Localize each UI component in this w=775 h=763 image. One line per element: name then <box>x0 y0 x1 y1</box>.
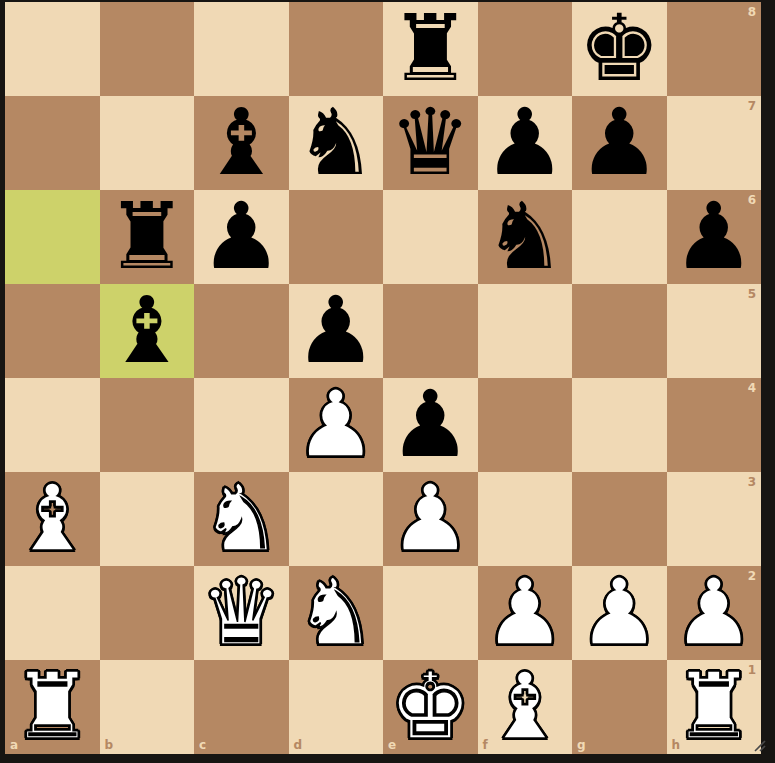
square-h3[interactable]: 3 <box>667 472 762 566</box>
file-label-b: b <box>105 738 114 752</box>
square-h6[interactable]: ♟6 <box>667 190 762 284</box>
square-f6[interactable]: ♞ <box>478 190 573 284</box>
square-c4[interactable] <box>194 378 289 472</box>
square-c6[interactable]: ♟ <box>194 190 289 284</box>
square-f2[interactable]: ♟ <box>478 566 573 660</box>
square-c2[interactable]: ♛ <box>194 566 289 660</box>
rank-label-7: 7 <box>748 99 756 113</box>
piece-white-pawn-d4[interactable]: ♟ <box>295 378 377 472</box>
square-a8[interactable] <box>5 2 100 96</box>
piece-black-pawn-d5[interactable]: ♟ <box>295 284 377 378</box>
square-h8[interactable]: 8 <box>667 2 762 96</box>
square-g3[interactable] <box>572 472 667 566</box>
piece-white-queen-c2[interactable]: ♛ <box>200 566 282 660</box>
square-e3[interactable]: ♟ <box>383 472 478 566</box>
square-f7[interactable]: ♟ <box>478 96 573 190</box>
square-f5[interactable] <box>478 284 573 378</box>
square-c8[interactable] <box>194 2 289 96</box>
rank-label-2: 2 <box>748 569 756 583</box>
square-e5[interactable] <box>383 284 478 378</box>
piece-black-knight-d7[interactable]: ♞ <box>295 96 377 190</box>
square-e6[interactable] <box>383 190 478 284</box>
piece-black-pawn-g7[interactable]: ♟ <box>578 96 660 190</box>
rank-label-4: 4 <box>748 381 756 395</box>
square-c7[interactable]: ♝ <box>194 96 289 190</box>
square-h5[interactable]: 5 <box>667 284 762 378</box>
square-e1[interactable]: ♚e <box>383 660 478 754</box>
rank-label-3: 3 <box>748 475 756 489</box>
square-d8[interactable] <box>289 2 384 96</box>
square-c3[interactable]: ♞ <box>194 472 289 566</box>
rank-label-1: 1 <box>748 663 756 677</box>
piece-white-pawn-h2[interactable]: ♟ <box>673 566 755 660</box>
square-g5[interactable] <box>572 284 667 378</box>
piece-black-king-g8[interactable]: ♚ <box>578 2 660 96</box>
square-a7[interactable] <box>5 96 100 190</box>
chess-board-frame: ♜♚8♝♞♛♟♟7♜♟♞♟6♝♟5♟♟4♝♞♟3♛♞♟♟♟2♜abcd♚e♝fg… <box>0 0 775 763</box>
square-f3[interactable] <box>478 472 573 566</box>
piece-white-pawn-f2[interactable]: ♟ <box>484 566 566 660</box>
file-label-h: h <box>672 738 681 752</box>
piece-white-pawn-e3[interactable]: ♟ <box>389 472 471 566</box>
file-label-a: a <box>10 738 18 752</box>
square-f1[interactable]: ♝f <box>478 660 573 754</box>
piece-white-rook-a1[interactable]: ♜ <box>11 660 93 754</box>
square-b4[interactable] <box>100 378 195 472</box>
square-e7[interactable]: ♛ <box>383 96 478 190</box>
square-a6[interactable] <box>5 190 100 284</box>
board-resize-handle-icon[interactable] <box>752 738 766 752</box>
square-b2[interactable] <box>100 566 195 660</box>
square-e8[interactable]: ♜ <box>383 2 478 96</box>
square-g6[interactable] <box>572 190 667 284</box>
square-b8[interactable] <box>100 2 195 96</box>
square-c1[interactable]: c <box>194 660 289 754</box>
square-d4[interactable]: ♟ <box>289 378 384 472</box>
piece-black-pawn-e4[interactable]: ♟ <box>389 378 471 472</box>
file-label-f: f <box>483 738 488 752</box>
piece-white-rook-h1[interactable]: ♜ <box>673 660 755 754</box>
square-g2[interactable]: ♟ <box>572 566 667 660</box>
square-h2[interactable]: ♟2 <box>667 566 762 660</box>
piece-black-rook-e8[interactable]: ♜ <box>389 2 471 96</box>
piece-black-pawn-c6[interactable]: ♟ <box>200 190 282 284</box>
piece-black-knight-f6[interactable]: ♞ <box>484 190 566 284</box>
piece-white-knight-d2[interactable]: ♞ <box>295 566 377 660</box>
square-f8[interactable] <box>478 2 573 96</box>
square-d1[interactable]: d <box>289 660 384 754</box>
square-b5[interactable]: ♝ <box>100 284 195 378</box>
file-label-e: e <box>388 738 396 752</box>
rank-label-6: 6 <box>748 193 756 207</box>
piece-black-pawn-f7[interactable]: ♟ <box>484 96 566 190</box>
square-d3[interactable] <box>289 472 384 566</box>
square-g7[interactable]: ♟ <box>572 96 667 190</box>
piece-black-queen-e7[interactable]: ♛ <box>389 96 471 190</box>
square-b6[interactable]: ♜ <box>100 190 195 284</box>
square-b7[interactable] <box>100 96 195 190</box>
file-label-g: g <box>577 738 586 752</box>
square-g1[interactable]: g <box>572 660 667 754</box>
square-c5[interactable] <box>194 284 289 378</box>
square-g8[interactable]: ♚ <box>572 2 667 96</box>
chess-board: ♜♚8♝♞♛♟♟7♜♟♞♟6♝♟5♟♟4♝♞♟3♛♞♟♟♟2♜abcd♚e♝fg… <box>5 2 761 753</box>
piece-black-pawn-h6[interactable]: ♟ <box>673 190 755 284</box>
piece-white-king-e1[interactable]: ♚ <box>389 660 471 754</box>
square-e2[interactable] <box>383 566 478 660</box>
square-h7[interactable]: 7 <box>667 96 762 190</box>
square-d6[interactable] <box>289 190 384 284</box>
piece-black-bishop-c7[interactable]: ♝ <box>200 96 282 190</box>
square-g4[interactable] <box>572 378 667 472</box>
square-f4[interactable] <box>478 378 573 472</box>
piece-black-bishop-b5[interactable]: ♝ <box>106 284 188 378</box>
square-a1[interactable]: ♜a <box>5 660 100 754</box>
piece-white-pawn-g2[interactable]: ♟ <box>578 566 660 660</box>
square-a5[interactable] <box>5 284 100 378</box>
file-label-c: c <box>199 738 206 752</box>
rank-label-8: 8 <box>748 5 756 19</box>
piece-white-bishop-f1[interactable]: ♝ <box>484 660 566 754</box>
square-e4[interactable]: ♟ <box>383 378 478 472</box>
piece-white-bishop-a3[interactable]: ♝ <box>11 472 93 566</box>
file-label-d: d <box>294 738 303 752</box>
square-a2[interactable] <box>5 566 100 660</box>
square-d2[interactable]: ♞ <box>289 566 384 660</box>
square-a4[interactable] <box>5 378 100 472</box>
piece-white-knight-c3[interactable]: ♞ <box>200 472 282 566</box>
square-h4[interactable]: 4 <box>667 378 762 472</box>
square-b3[interactable] <box>100 472 195 566</box>
square-b1[interactable]: b <box>100 660 195 754</box>
piece-black-rook-b6[interactable]: ♜ <box>106 190 188 284</box>
square-a3[interactable]: ♝ <box>5 472 100 566</box>
rank-label-5: 5 <box>748 287 756 301</box>
square-d5[interactable]: ♟ <box>289 284 384 378</box>
square-h1[interactable]: ♜1h <box>667 660 762 754</box>
square-d7[interactable]: ♞ <box>289 96 384 190</box>
